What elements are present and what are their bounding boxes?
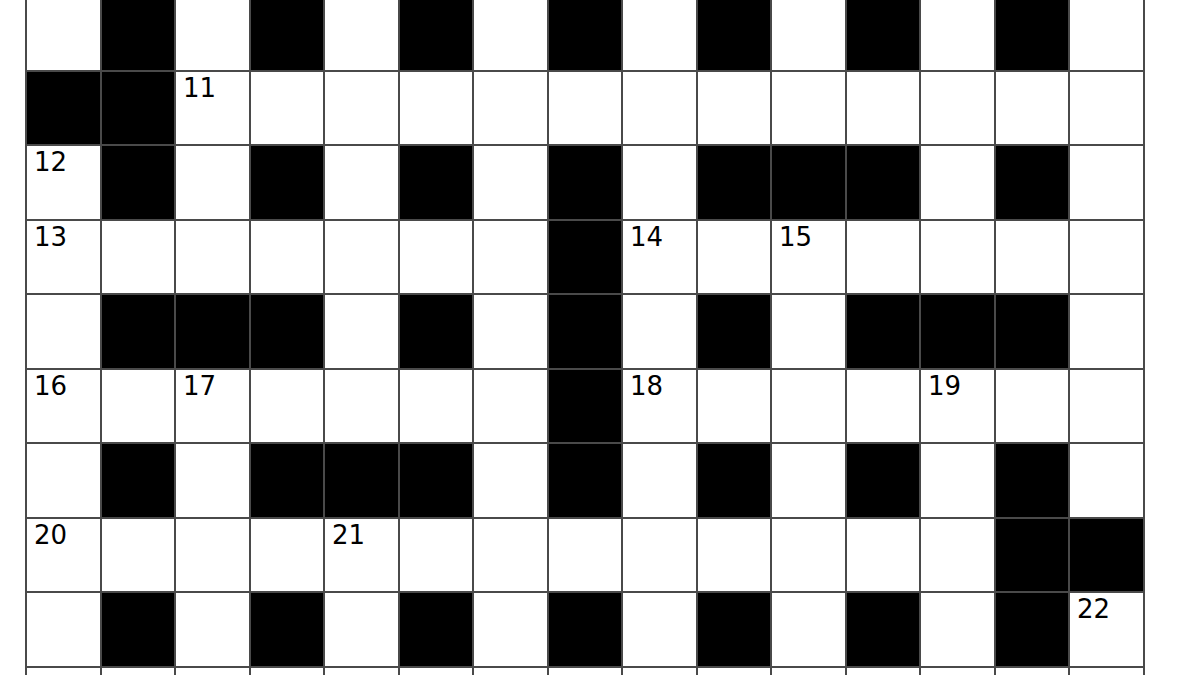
black-cell-r7-c13 [996, 519, 1069, 592]
white-cell-r1-c2[interactable]: 11 [176, 72, 249, 145]
black-cell-r0-c5 [400, 0, 473, 70]
white-cell-r5-c0[interactable]: 16 [27, 370, 100, 443]
white-cell-r7-c8[interactable] [623, 519, 696, 592]
black-cell-r6-c13 [996, 444, 1069, 517]
black-cell-r0-c11 [847, 0, 920, 70]
black-cell-r6-c11 [847, 444, 920, 517]
white-cell-r0-c2[interactable] [176, 0, 249, 70]
white-cell-r2-c6[interactable] [474, 146, 547, 219]
clue-number-14: 14 [630, 224, 663, 250]
white-cell-r6-c2[interactable] [176, 444, 249, 517]
white-cell-r2-c4[interactable] [325, 146, 398, 219]
white-cell-r7-c0[interactable]: 20 [27, 519, 100, 592]
white-cell-r7-c11[interactable] [847, 519, 920, 592]
white-cell-r6-c6[interactable] [474, 444, 547, 517]
black-cell-r1-c1 [102, 72, 175, 145]
white-cell-r8-c0[interactable] [27, 593, 100, 666]
white-cell-r9-c10[interactable] [772, 668, 845, 675]
white-cell-r3-c4[interactable] [325, 221, 398, 294]
white-cell-r2-c12[interactable] [921, 146, 994, 219]
white-cell-r3-c3[interactable] [251, 221, 324, 294]
white-cell-r8-c14[interactable]: 22 [1070, 593, 1143, 666]
black-cell-r2-c10 [772, 146, 845, 219]
white-cell-r3-c0[interactable]: 13 [27, 221, 100, 294]
crossword-board: 111213141516171819202122 [25, 0, 1145, 675]
white-cell-r2-c2[interactable] [176, 146, 249, 219]
white-cell-r1-c4[interactable] [325, 72, 398, 145]
black-cell-r4-c3 [251, 295, 324, 368]
white-cell-r1-c8[interactable] [623, 72, 696, 145]
black-cell-r0-c3 [251, 0, 324, 70]
white-cell-r9-c7[interactable] [549, 668, 622, 675]
black-cell-r8-c11 [847, 593, 920, 666]
black-cell-r4-c7 [549, 295, 622, 368]
white-cell-r5-c6[interactable] [474, 370, 547, 443]
black-cell-r5-c7 [549, 370, 622, 443]
white-cell-r3-c5[interactable] [400, 221, 473, 294]
white-cell-r5-c4[interactable] [325, 370, 398, 443]
white-cell-r7-c1[interactable] [102, 519, 175, 592]
white-cell-r1-c5[interactable] [400, 72, 473, 145]
clue-number-12: 12 [34, 149, 67, 175]
black-cell-r4-c2 [176, 295, 249, 368]
white-cell-r4-c10[interactable] [772, 295, 845, 368]
white-cell-r8-c2[interactable] [176, 593, 249, 666]
black-cell-r4-c5 [400, 295, 473, 368]
white-cell-r9-c8[interactable] [623, 668, 696, 675]
white-cell-r7-c2[interactable] [176, 519, 249, 592]
white-cell-r8-c10[interactable] [772, 593, 845, 666]
white-cell-r1-c12[interactable] [921, 72, 994, 145]
white-cell-r5-c14[interactable] [1070, 370, 1143, 443]
white-cell-r0-c12[interactable] [921, 0, 994, 70]
black-cell-r0-c13 [996, 0, 1069, 70]
white-cell-r8-c8[interactable] [623, 593, 696, 666]
black-cell-r4-c9 [698, 295, 771, 368]
white-cell-r5-c13[interactable] [996, 370, 1069, 443]
black-cell-r4-c13 [996, 295, 1069, 368]
black-cell-r4-c1 [102, 295, 175, 368]
black-cell-r6-c5 [400, 444, 473, 517]
white-cell-r6-c8[interactable] [623, 444, 696, 517]
white-cell-r5-c1[interactable] [102, 370, 175, 443]
black-cell-r8-c3 [251, 593, 324, 666]
white-cell-r6-c10[interactable] [772, 444, 845, 517]
white-cell-r3-c1[interactable] [102, 221, 175, 294]
white-cell-r5-c9[interactable] [698, 370, 771, 443]
black-cell-r1-c0 [27, 72, 100, 145]
white-cell-r0-c10[interactable] [772, 0, 845, 70]
white-cell-r2-c8[interactable] [623, 146, 696, 219]
clue-number-21: 21 [332, 522, 365, 548]
white-cell-r5-c8[interactable]: 18 [623, 370, 696, 443]
white-cell-r7-c6[interactable] [474, 519, 547, 592]
white-cell-r0-c4[interactable] [325, 0, 398, 70]
white-cell-r6-c12[interactable] [921, 444, 994, 517]
black-cell-r8-c7 [549, 593, 622, 666]
white-cell-r1-c7[interactable] [549, 72, 622, 145]
white-cell-r8-c6[interactable] [474, 593, 547, 666]
black-cell-r8-c9 [698, 593, 771, 666]
white-cell-r0-c14[interactable] [1070, 0, 1143, 70]
white-cell-r8-c4[interactable] [325, 593, 398, 666]
clue-number-17: 17 [183, 373, 216, 399]
black-cell-r2-c5 [400, 146, 473, 219]
clue-number-16: 16 [34, 373, 67, 399]
white-cell-r4-c6[interactable] [474, 295, 547, 368]
white-cell-r9-c5[interactable] [400, 668, 473, 675]
white-cell-r2-c0[interactable]: 12 [27, 146, 100, 219]
white-cell-r0-c6[interactable] [474, 0, 547, 70]
white-cell-r9-c9[interactable] [698, 668, 771, 675]
white-cell-r9-c0[interactable] [27, 668, 100, 675]
white-cell-r7-c9[interactable] [698, 519, 771, 592]
white-cell-r4-c4[interactable] [325, 295, 398, 368]
white-cell-r9-c14[interactable] [1070, 668, 1143, 675]
white-cell-r2-c14[interactable] [1070, 146, 1143, 219]
black-cell-r6-c3 [251, 444, 324, 517]
clue-number-18: 18 [630, 373, 663, 399]
white-cell-r5-c11[interactable] [847, 370, 920, 443]
white-cell-r1-c14[interactable] [1070, 72, 1143, 145]
white-cell-r5-c12[interactable]: 19 [921, 370, 994, 443]
white-cell-r7-c10[interactable] [772, 519, 845, 592]
white-cell-r9-c6[interactable] [474, 668, 547, 675]
black-cell-r8-c5 [400, 593, 473, 666]
white-cell-r6-c0[interactable] [27, 444, 100, 517]
white-cell-r3-c10[interactable]: 15 [772, 221, 845, 294]
white-cell-r1-c6[interactable] [474, 72, 547, 145]
white-cell-r0-c0[interactable] [27, 0, 100, 70]
white-cell-r9-c11[interactable] [847, 668, 920, 675]
black-cell-r2-c3 [251, 146, 324, 219]
white-cell-r1-c10[interactable] [772, 72, 845, 145]
white-cell-r1-c3[interactable] [251, 72, 324, 145]
black-cell-r0-c9 [698, 0, 771, 70]
black-cell-r0-c7 [549, 0, 622, 70]
black-cell-r6-c4 [325, 444, 398, 517]
white-cell-r9-c4[interactable] [325, 668, 398, 675]
clue-number-20: 20 [34, 522, 67, 548]
white-cell-r7-c7[interactable] [549, 519, 622, 592]
white-cell-r3-c8[interactable]: 14 [623, 221, 696, 294]
white-cell-r5-c5[interactable] [400, 370, 473, 443]
black-cell-r0-c1 [102, 0, 175, 70]
black-cell-r7-c14 [1070, 519, 1143, 592]
clue-number-13: 13 [34, 224, 67, 250]
white-cell-r4-c8[interactable] [623, 295, 696, 368]
white-cell-r8-c12[interactable] [921, 593, 994, 666]
white-cell-r6-c14[interactable] [1070, 444, 1143, 517]
black-cell-r2-c7 [549, 146, 622, 219]
white-cell-r7-c5[interactable] [400, 519, 473, 592]
white-cell-r3-c13[interactable] [996, 221, 1069, 294]
black-cell-r2-c1 [102, 146, 175, 219]
clue-number-22: 22 [1077, 596, 1110, 622]
black-cell-r2-c11 [847, 146, 920, 219]
white-cell-r4-c0[interactable] [27, 295, 100, 368]
white-cell-r3-c2[interactable] [176, 221, 249, 294]
clue-number-15: 15 [779, 224, 812, 250]
black-cell-r8-c13 [996, 593, 1069, 666]
white-cell-r3-c11[interactable] [847, 221, 920, 294]
white-cell-r3-c6[interactable] [474, 221, 547, 294]
white-cell-r1-c11[interactable] [847, 72, 920, 145]
white-cell-r7-c4[interactable]: 21 [325, 519, 398, 592]
white-cell-r9-c2[interactable] [176, 668, 249, 675]
black-cell-r3-c7 [549, 221, 622, 294]
white-cell-r9-c1[interactable] [102, 668, 175, 675]
white-cell-r7-c3[interactable] [251, 519, 324, 592]
white-cell-r4-c14[interactable] [1070, 295, 1143, 368]
white-cell-r0-c8[interactable] [623, 0, 696, 70]
white-cell-r1-c13[interactable] [996, 72, 1069, 145]
white-cell-r5-c3[interactable] [251, 370, 324, 443]
black-cell-r2-c9 [698, 146, 771, 219]
page: 111213141516171819202122 [0, 0, 1200, 675]
white-cell-r9-c12[interactable] [921, 668, 994, 675]
white-cell-r5-c10[interactable] [772, 370, 845, 443]
black-cell-r2-c13 [996, 146, 1069, 219]
black-cell-r6-c9 [698, 444, 771, 517]
black-cell-r8-c1 [102, 593, 175, 666]
white-cell-r3-c12[interactable] [921, 221, 994, 294]
white-cell-r5-c2[interactable]: 17 [176, 370, 249, 443]
clue-number-19: 19 [928, 373, 961, 399]
white-cell-r7-c12[interactable] [921, 519, 994, 592]
black-cell-r4-c11 [847, 295, 920, 368]
white-cell-r3-c14[interactable] [1070, 221, 1143, 294]
white-cell-r1-c9[interactable] [698, 72, 771, 145]
black-cell-r6-c1 [102, 444, 175, 517]
clue-number-11: 11 [183, 75, 216, 101]
white-cell-r9-c3[interactable] [251, 668, 324, 675]
white-cell-r3-c9[interactable] [698, 221, 771, 294]
black-cell-r6-c7 [549, 444, 622, 517]
white-cell-r9-c13[interactable] [996, 668, 1069, 675]
black-cell-r4-c12 [921, 295, 994, 368]
